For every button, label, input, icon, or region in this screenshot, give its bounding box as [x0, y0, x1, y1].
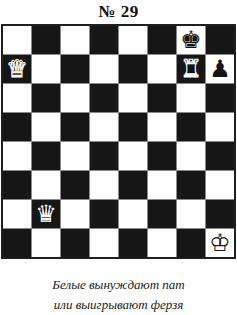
- square-d1: [90, 229, 118, 257]
- square-a5: [3, 113, 31, 141]
- square-g5: [177, 113, 205, 141]
- square-f3: [148, 171, 176, 199]
- square-f4: [148, 142, 176, 170]
- square-b3: [32, 171, 60, 199]
- square-d2: [90, 200, 118, 228]
- square-b8: [32, 26, 60, 54]
- puzzle-number: № 29: [0, 1, 237, 22]
- square-g7: ♜: [177, 55, 205, 83]
- square-c1: [61, 229, 89, 257]
- square-d6: [90, 84, 118, 112]
- piece-black-rook: ♜: [180, 55, 202, 83]
- caption-line-1: Белые вынуждают пат: [0, 275, 237, 295]
- square-h6: [206, 84, 234, 112]
- square-e3: [119, 171, 147, 199]
- square-b1: [32, 229, 60, 257]
- square-h5: [206, 113, 234, 141]
- puzzle-page: № 29 ♚♛♜♟♛♔ Белые вынуждают пат или выиг…: [0, 0, 237, 315]
- piece-black-pawn: ♟: [209, 55, 231, 83]
- square-a6: [3, 84, 31, 112]
- square-c8: [61, 26, 89, 54]
- square-g4: [177, 142, 205, 170]
- square-h1: ♔: [206, 229, 234, 257]
- square-e2: [119, 200, 147, 228]
- square-c4: [61, 142, 89, 170]
- square-d8: [90, 26, 118, 54]
- square-f5: [148, 113, 176, 141]
- square-e7: [119, 55, 147, 83]
- piece-white-king: ♔: [209, 229, 231, 257]
- square-h4: [206, 142, 234, 170]
- piece-black-king: ♚: [180, 26, 202, 54]
- square-b6: [32, 84, 60, 112]
- square-h2: [206, 200, 234, 228]
- square-h8: [206, 26, 234, 54]
- square-f6: [148, 84, 176, 112]
- square-g3: [177, 171, 205, 199]
- piece-black-queen: ♛: [6, 55, 28, 83]
- caption-line-2: или выигрывают ферзя: [0, 295, 237, 315]
- square-g1: [177, 229, 205, 257]
- square-f1: [148, 229, 176, 257]
- square-c5: [61, 113, 89, 141]
- square-d5: [90, 113, 118, 141]
- square-c3: [61, 171, 89, 199]
- square-e8: [119, 26, 147, 54]
- square-a3: [3, 171, 31, 199]
- square-e5: [119, 113, 147, 141]
- square-f7: [148, 55, 176, 83]
- square-h7: ♟: [206, 55, 234, 83]
- square-a7: ♛: [3, 55, 31, 83]
- square-c6: [61, 84, 89, 112]
- square-c2: [61, 200, 89, 228]
- square-a8: [3, 26, 31, 54]
- square-e6: [119, 84, 147, 112]
- square-a2: [3, 200, 31, 228]
- square-f8: [148, 26, 176, 54]
- square-g8: ♚: [177, 26, 205, 54]
- square-a1: [3, 229, 31, 257]
- square-e1: [119, 229, 147, 257]
- square-a4: [3, 142, 31, 170]
- square-b4: [32, 142, 60, 170]
- square-g2: [177, 200, 205, 228]
- square-b5: [32, 113, 60, 141]
- square-g6: [177, 84, 205, 112]
- puzzle-caption: Белые вынуждают пат или выигрывают ферзя: [0, 275, 237, 314]
- square-c7: [61, 55, 89, 83]
- square-b2: ♛: [32, 200, 60, 228]
- square-d4: [90, 142, 118, 170]
- piece-white-queen: ♛: [35, 200, 57, 228]
- square-b7: [32, 55, 60, 83]
- square-h3: [206, 171, 234, 199]
- square-d7: [90, 55, 118, 83]
- chess-board: ♚♛♜♟♛♔: [1, 24, 236, 259]
- square-f2: [148, 200, 176, 228]
- square-e4: [119, 142, 147, 170]
- square-d3: [90, 171, 118, 199]
